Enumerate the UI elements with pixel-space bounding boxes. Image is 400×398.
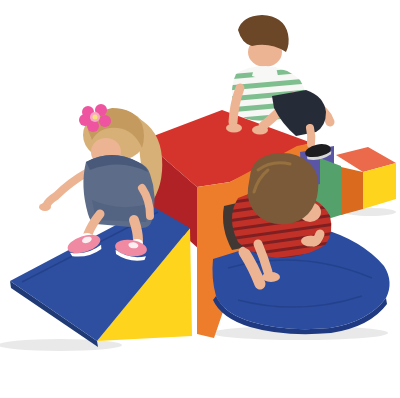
top-boy-polo-collar xyxy=(252,67,278,79)
top-boy-left-hand xyxy=(226,124,242,133)
wedge-shadow xyxy=(0,339,122,351)
tunnel-boy-right-hand xyxy=(301,236,321,247)
top-boy-shorts xyxy=(272,90,326,136)
tunnel-boy-left-hand xyxy=(262,272,280,282)
soft-play-climber-illustration xyxy=(0,0,400,398)
flower-petal xyxy=(99,115,111,127)
girl-right-leg xyxy=(134,220,138,240)
step-orange-front xyxy=(341,167,363,215)
product-photo xyxy=(0,0,400,398)
girl-left-hand xyxy=(39,203,51,211)
top-boy-right-leg xyxy=(310,128,311,144)
top-boy-right-hand xyxy=(252,126,268,135)
flower-center xyxy=(93,115,98,120)
flower-petal xyxy=(79,114,91,126)
girl-left-arm xyxy=(46,172,88,206)
